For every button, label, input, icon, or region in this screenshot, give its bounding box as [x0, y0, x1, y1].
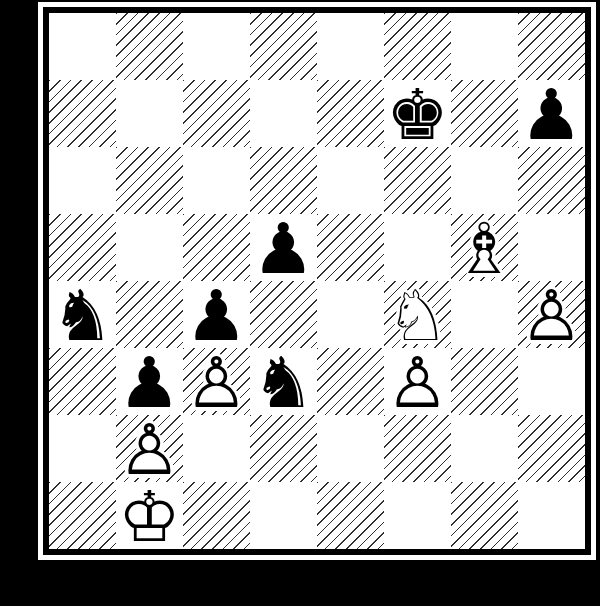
square-b4[interactable]	[116, 281, 183, 348]
square-a8[interactable]	[49, 13, 116, 80]
square-b3[interactable]: ♟	[116, 348, 183, 415]
square-g8[interactable]	[451, 13, 518, 80]
square-d3[interactable]: ♞	[250, 348, 317, 415]
square-b8[interactable]	[116, 13, 183, 80]
square-c2[interactable]	[183, 415, 250, 482]
black-knight-piece[interactable]: ♞	[49, 281, 116, 348]
square-d2[interactable]	[250, 415, 317, 482]
square-g1[interactable]	[451, 482, 518, 549]
black-piece-glyph: ♟	[185, 281, 248, 351]
square-b6[interactable]	[116, 147, 183, 214]
square-g4[interactable]	[451, 281, 518, 348]
square-c7[interactable]	[183, 80, 250, 147]
white-piece-outline-glyph: ♙	[386, 348, 449, 418]
chess-board: ♚♟♟♝♗♞♟♞♘♟♙♟♟♙♞♟♙♟♙♚♔	[49, 13, 585, 549]
square-a4[interactable]: ♞	[49, 281, 116, 348]
square-h6[interactable]	[518, 147, 585, 214]
square-f6[interactable]	[384, 147, 451, 214]
square-h3[interactable]	[518, 348, 585, 415]
square-h7[interactable]: ♟	[518, 80, 585, 147]
square-g7[interactable]	[451, 80, 518, 147]
square-g2[interactable]	[451, 415, 518, 482]
square-d8[interactable]	[250, 13, 317, 80]
white-pawn-piece[interactable]: ♟♙	[183, 348, 250, 415]
square-e8[interactable]	[317, 13, 384, 80]
square-c4[interactable]: ♟	[183, 281, 250, 348]
square-f3[interactable]: ♟♙	[384, 348, 451, 415]
black-knight-piece[interactable]: ♞	[250, 348, 317, 415]
square-b5[interactable]	[116, 214, 183, 281]
square-h8[interactable]	[518, 13, 585, 80]
square-f8[interactable]	[384, 13, 451, 80]
black-piece-glyph: ♚	[386, 80, 449, 150]
white-pawn-piece[interactable]: ♟♙	[384, 348, 451, 415]
square-f5[interactable]	[384, 214, 451, 281]
square-d4[interactable]	[250, 281, 317, 348]
black-piece-glyph: ♟	[520, 80, 583, 150]
black-pawn-piece[interactable]: ♟	[183, 281, 250, 348]
white-piece-outline-glyph: ♙	[185, 348, 248, 418]
square-b2[interactable]: ♟♙	[116, 415, 183, 482]
square-d7[interactable]	[250, 80, 317, 147]
square-h4[interactable]: ♟♙	[518, 281, 585, 348]
board-border: ♚♟♟♝♗♞♟♞♘♟♙♟♟♙♞♟♙♟♙♚♔	[43, 7, 591, 555]
square-a7[interactable]	[49, 80, 116, 147]
square-f1[interactable]	[384, 482, 451, 549]
square-a6[interactable]	[49, 147, 116, 214]
black-pawn-piece[interactable]: ♟	[250, 214, 317, 281]
white-bishop-piece[interactable]: ♝♗	[451, 214, 518, 281]
square-c1[interactable]	[183, 482, 250, 549]
square-g3[interactable]	[451, 348, 518, 415]
square-e3[interactable]	[317, 348, 384, 415]
square-a3[interactable]	[49, 348, 116, 415]
square-a1[interactable]	[49, 482, 116, 549]
black-piece-glyph: ♟	[118, 348, 181, 418]
black-piece-glyph: ♟	[252, 214, 315, 284]
square-g5[interactable]: ♝♗	[451, 214, 518, 281]
square-c8[interactable]	[183, 13, 250, 80]
white-piece-outline-glyph: ♗	[453, 214, 516, 284]
white-piece-outline-glyph: ♔	[118, 482, 181, 552]
square-d5[interactable]: ♟	[250, 214, 317, 281]
square-h5[interactable]	[518, 214, 585, 281]
black-pawn-piece[interactable]: ♟	[518, 80, 585, 147]
square-d1[interactable]	[250, 482, 317, 549]
white-king-piece[interactable]: ♚♔	[116, 482, 183, 549]
square-e2[interactable]	[317, 415, 384, 482]
white-pawn-piece[interactable]: ♟♙	[518, 281, 585, 348]
square-c6[interactable]	[183, 147, 250, 214]
black-pawn-piece[interactable]: ♟	[116, 348, 183, 415]
white-piece-outline-glyph: ♙	[520, 281, 583, 351]
square-f7[interactable]: ♚	[384, 80, 451, 147]
square-h2[interactable]	[518, 415, 585, 482]
black-king-piece[interactable]: ♚	[384, 80, 451, 147]
white-pawn-piece[interactable]: ♟♙	[116, 415, 183, 482]
square-f2[interactable]	[384, 415, 451, 482]
square-e1[interactable]	[317, 482, 384, 549]
square-h1[interactable]	[518, 482, 585, 549]
square-a5[interactable]	[49, 214, 116, 281]
black-piece-glyph: ♞	[51, 281, 114, 351]
black-piece-glyph: ♞	[252, 348, 315, 418]
white-piece-outline-glyph: ♘	[386, 281, 449, 351]
square-e7[interactable]	[317, 80, 384, 147]
square-a2[interactable]	[49, 415, 116, 482]
white-knight-piece[interactable]: ♞♘	[384, 281, 451, 348]
square-g6[interactable]	[451, 147, 518, 214]
square-e6[interactable]	[317, 147, 384, 214]
square-b7[interactable]	[116, 80, 183, 147]
board-frame: ♚♟♟♝♗♞♟♞♘♟♙♟♟♙♞♟♙♟♙♚♔	[38, 2, 596, 560]
white-piece-outline-glyph: ♙	[118, 415, 181, 485]
square-c3[interactable]: ♟♙	[183, 348, 250, 415]
square-f4[interactable]: ♞♘	[384, 281, 451, 348]
square-d6[interactable]	[250, 147, 317, 214]
square-e4[interactable]	[317, 281, 384, 348]
square-c5[interactable]	[183, 214, 250, 281]
square-b1[interactable]: ♚♔	[116, 482, 183, 549]
page-background: ♚♟♟♝♗♞♟♞♘♟♙♟♟♙♞♟♙♟♙♚♔	[0, 0, 600, 606]
square-e5[interactable]	[317, 214, 384, 281]
